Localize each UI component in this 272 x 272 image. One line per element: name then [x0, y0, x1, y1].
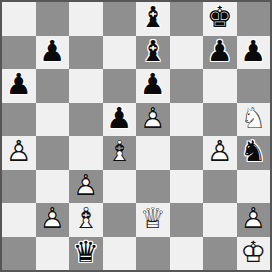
square-c1[interactable]: ♛	[69, 237, 103, 271]
square-b3[interactable]	[36, 170, 70, 204]
square-g1[interactable]	[203, 237, 237, 271]
black-pawn-piece: ♟	[2, 69, 36, 103]
square-a4[interactable]: ♟♙	[2, 136, 36, 170]
square-e7[interactable]: ♝	[136, 36, 170, 70]
white-king-piece: ♚♔	[237, 237, 271, 271]
black-pawn-piece: ♟	[36, 36, 70, 70]
square-b7[interactable]: ♟	[36, 36, 70, 70]
square-f3[interactable]	[170, 170, 204, 204]
square-e3[interactable]	[136, 170, 170, 204]
black-pawn-piece: ♟	[136, 69, 170, 103]
square-b8[interactable]	[36, 2, 70, 36]
white-pawn-piece: ♟♙	[36, 203, 70, 237]
square-h6[interactable]	[237, 69, 271, 103]
black-bishop-piece: ♝	[136, 36, 170, 70]
square-g3[interactable]	[203, 170, 237, 204]
square-f7[interactable]	[170, 36, 204, 70]
square-g8[interactable]: ♚	[203, 2, 237, 36]
square-h5[interactable]: ♞♘	[237, 103, 271, 137]
square-e5[interactable]: ♟♙	[136, 103, 170, 137]
square-a1[interactable]	[2, 237, 36, 271]
square-g2[interactable]	[203, 203, 237, 237]
white-pawn-piece: ♟♙	[69, 170, 103, 204]
square-b4[interactable]	[36, 136, 70, 170]
black-pawn-piece: ♟	[237, 36, 271, 70]
square-g7[interactable]: ♟	[203, 36, 237, 70]
square-c6[interactable]	[69, 69, 103, 103]
square-e4[interactable]	[136, 136, 170, 170]
square-g6[interactable]	[203, 69, 237, 103]
white-knight-piece: ♞♘	[237, 103, 271, 137]
square-d3[interactable]	[103, 170, 137, 204]
square-a2[interactable]	[2, 203, 36, 237]
square-b1[interactable]	[36, 237, 70, 271]
white-pawn-piece: ♟♙	[237, 203, 271, 237]
square-e2[interactable]: ♛♕	[136, 203, 170, 237]
square-b6[interactable]	[36, 69, 70, 103]
square-d5[interactable]: ♟	[103, 103, 137, 137]
square-h8[interactable]	[237, 2, 271, 36]
black-bishop-piece: ♝	[136, 2, 170, 36]
square-a8[interactable]	[2, 2, 36, 36]
square-c7[interactable]	[69, 36, 103, 70]
square-d1[interactable]	[103, 237, 137, 271]
black-queen-piece: ♛	[69, 237, 103, 271]
square-f2[interactable]	[170, 203, 204, 237]
square-a5[interactable]	[2, 103, 36, 137]
white-pawn-piece: ♟♙	[136, 103, 170, 137]
square-d4[interactable]: ♝♗	[103, 136, 137, 170]
square-g5[interactable]	[203, 103, 237, 137]
square-c5[interactable]	[69, 103, 103, 137]
black-knight-piece: ♞	[237, 136, 271, 170]
square-f8[interactable]	[170, 2, 204, 36]
square-a7[interactable]	[2, 36, 36, 70]
square-a3[interactable]	[2, 170, 36, 204]
square-e6[interactable]: ♟	[136, 69, 170, 103]
square-f1[interactable]	[170, 237, 204, 271]
square-c4[interactable]	[69, 136, 103, 170]
square-b5[interactable]	[36, 103, 70, 137]
black-king-piece: ♚	[203, 2, 237, 36]
square-c2[interactable]: ♝♗	[69, 203, 103, 237]
square-g4[interactable]: ♟♙	[203, 136, 237, 170]
square-c3[interactable]: ♟♙	[69, 170, 103, 204]
square-d8[interactable]	[103, 2, 137, 36]
white-queen-piece: ♛♕	[136, 203, 170, 237]
square-f5[interactable]	[170, 103, 204, 137]
square-e1[interactable]	[136, 237, 170, 271]
white-pawn-piece: ♟♙	[2, 136, 36, 170]
square-b2[interactable]: ♟♙	[36, 203, 70, 237]
square-f4[interactable]	[170, 136, 204, 170]
square-d7[interactable]	[103, 36, 137, 70]
chess-board-wrap: ♝♚♟♝♟♟♟♟♟♟♙♞♘♟♙♝♗♟♙♞♟♙♟♙♝♗♛♕♟♙♛♚♔	[0, 0, 272, 272]
white-bishop-piece: ♝♗	[103, 136, 137, 170]
square-a6[interactable]: ♟	[2, 69, 36, 103]
chess-board: ♝♚♟♝♟♟♟♟♟♟♙♞♘♟♙♝♗♟♙♞♟♙♟♙♝♗♛♕♟♙♛♚♔	[0, 0, 272, 272]
square-h1[interactable]: ♚♔	[237, 237, 271, 271]
white-bishop-piece: ♝♗	[69, 203, 103, 237]
white-pawn-piece: ♟♙	[203, 136, 237, 170]
square-c8[interactable]	[69, 2, 103, 36]
square-h4[interactable]: ♞	[237, 136, 271, 170]
black-pawn-piece: ♟	[203, 36, 237, 70]
square-f6[interactable]	[170, 69, 204, 103]
square-h2[interactable]: ♟♙	[237, 203, 271, 237]
black-pawn-piece: ♟	[103, 103, 137, 137]
square-h3[interactable]	[237, 170, 271, 204]
square-e8[interactable]: ♝	[136, 2, 170, 36]
square-d6[interactable]	[103, 69, 137, 103]
square-h7[interactable]: ♟	[237, 36, 271, 70]
square-d2[interactable]	[103, 203, 137, 237]
